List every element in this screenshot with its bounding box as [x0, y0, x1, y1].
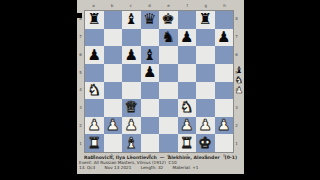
square-b6[interactable] — [104, 46, 123, 64]
white-pawn-piece: ♟ — [125, 118, 138, 133]
square-f2[interactable]: ♟ — [178, 117, 197, 135]
square-g1[interactable]: ♚ — [196, 134, 215, 152]
material-tray: ♝♞♟ — [234, 66, 244, 95]
white-king-piece: ♚ — [199, 135, 212, 150]
square-d2[interactable] — [141, 117, 160, 135]
file-label-a: a — [84, 3, 103, 9]
square-g3[interactable] — [196, 99, 215, 117]
square-d8[interactable]: ♛ — [141, 11, 160, 29]
rank-label-7: 7 — [234, 28, 239, 46]
black-bishop-piece: ♝ — [125, 12, 138, 27]
square-b8[interactable] — [104, 11, 123, 29]
white-pawn-piece: ♟ — [106, 118, 119, 133]
square-f3[interactable]: ♞ — [178, 99, 197, 117]
square-h2[interactable]: ♟ — [215, 117, 234, 135]
square-b4[interactable] — [104, 82, 123, 100]
white-knight-piece: ♞ — [180, 100, 193, 115]
square-c6[interactable]: ♟ — [122, 46, 141, 64]
square-d7[interactable] — [141, 29, 160, 47]
black-bishop-piece: ♝ — [143, 47, 156, 62]
square-b7[interactable] — [104, 29, 123, 47]
square-c7[interactable] — [122, 29, 141, 47]
game-caption: Rabinovich, Ilya Leontievich — Alekhine,… — [77, 156, 244, 170]
video-frame: abcdefgh abcdefgh 87654321 87654321 ♜♝♛♚… — [0, 0, 320, 180]
rank-label-7: 7 — [78, 28, 83, 46]
rank-label-8: 8 — [234, 10, 239, 28]
square-c1[interactable]: ♝ — [122, 134, 141, 152]
square-a3[interactable] — [85, 99, 104, 117]
square-c8[interactable]: ♝ — [122, 11, 141, 29]
square-a4[interactable]: ♞ — [85, 82, 104, 100]
square-d4[interactable] — [141, 82, 160, 100]
square-a8[interactable]: ♜ — [85, 11, 104, 29]
file-label-h: h — [215, 3, 234, 9]
square-h5[interactable] — [215, 64, 234, 82]
square-e8[interactable]: ♚ — [159, 11, 178, 29]
square-c2[interactable]: ♟ — [122, 117, 141, 135]
black-rook-piece: ♜ — [199, 12, 212, 27]
rank-label-3: 3 — [78, 99, 83, 117]
square-c4[interactable] — [122, 82, 141, 100]
black-pawn-piece: ♟ — [180, 29, 193, 44]
chess-board: ♜♝♛♚♜♞♟♟♟♟♝♟♞♛♞♟♟♟♟♟♟♜♝♜♚ — [84, 10, 234, 153]
square-a5[interactable] — [85, 64, 104, 82]
rank-label-6: 6 — [78, 46, 83, 64]
white-knight-captured-icon: ♞ — [235, 76, 243, 85]
square-g6[interactable] — [196, 46, 215, 64]
black-queen-piece: ♛ — [143, 12, 156, 27]
square-f6[interactable] — [178, 46, 197, 64]
white-queen-piece: ♛ — [125, 100, 138, 115]
file-label-e: e — [159, 3, 178, 9]
square-g4[interactable] — [196, 82, 215, 100]
square-c3[interactable]: ♛ — [122, 99, 141, 117]
square-a2[interactable]: ♟ — [85, 117, 104, 135]
game-details: 13. Qc3 Nov 13 2021 Length: 32 Material:… — [77, 166, 244, 171]
analysis-panel: abcdefgh abcdefgh 87654321 87654321 ♜♝♛♚… — [77, 0, 244, 174]
black-to-move-indicator — [77, 13, 82, 18]
rank-label-3: 3 — [234, 99, 239, 117]
square-g8[interactable]: ♜ — [196, 11, 215, 29]
square-e5[interactable] — [159, 64, 178, 82]
square-f4[interactable] — [178, 82, 197, 100]
file-label-g: g — [197, 3, 216, 9]
rank-label-1: 1 — [78, 135, 83, 153]
black-pawn-piece: ♟ — [217, 29, 230, 44]
file-label-b: b — [103, 3, 122, 9]
square-e4[interactable] — [159, 82, 178, 100]
square-f8[interactable] — [178, 11, 197, 29]
black-pawn-piece: ♟ — [125, 47, 138, 62]
square-b2[interactable]: ♟ — [104, 117, 123, 135]
square-g2[interactable]: ♟ — [196, 117, 215, 135]
square-e6[interactable] — [159, 46, 178, 64]
rank-labels-left: 87654321 — [78, 10, 83, 153]
square-h3[interactable] — [215, 99, 234, 117]
black-knight-piece: ♞ — [162, 29, 175, 44]
square-b5[interactable] — [104, 64, 123, 82]
file-label-c: c — [122, 3, 141, 9]
file-labels-top: abcdefgh — [84, 3, 234, 9]
square-b3[interactable] — [104, 99, 123, 117]
square-d3[interactable] — [141, 99, 160, 117]
square-e1[interactable] — [159, 134, 178, 152]
square-d6[interactable]: ♝ — [141, 46, 160, 64]
square-a1[interactable]: ♜ — [85, 134, 104, 152]
square-h7[interactable]: ♟ — [215, 29, 234, 47]
white-rook-piece: ♜ — [180, 135, 193, 150]
white-pawn-piece: ♟ — [217, 118, 230, 133]
black-pawn-piece: ♟ — [143, 65, 156, 80]
file-label-d: d — [140, 3, 159, 9]
square-e3[interactable] — [159, 99, 178, 117]
black-pawn-piece: ♟ — [88, 47, 101, 62]
white-rook-piece: ♜ — [88, 135, 101, 150]
square-b1[interactable] — [104, 134, 123, 152]
square-f5[interactable] — [178, 64, 197, 82]
white-pawn-captured-icon: ♟ — [235, 86, 243, 95]
white-pawn-piece: ♟ — [88, 118, 101, 133]
square-h6[interactable] — [215, 46, 234, 64]
square-h1[interactable] — [215, 134, 234, 152]
black-king-piece: ♚ — [162, 12, 175, 27]
square-c5[interactable] — [122, 64, 141, 82]
rank-label-2: 2 — [234, 117, 239, 135]
square-a7[interactable] — [85, 29, 104, 47]
square-a6[interactable]: ♟ — [85, 46, 104, 64]
square-g7[interactable] — [196, 29, 215, 47]
rank-label-4: 4 — [78, 82, 83, 100]
black-bishop-captured-icon: ♝ — [235, 66, 243, 75]
square-f1[interactable]: ♜ — [178, 134, 197, 152]
file-label-f: f — [178, 3, 197, 9]
rank-label-1: 1 — [234, 135, 239, 153]
white-pawn-piece: ♟ — [199, 118, 212, 133]
square-h4[interactable] — [215, 82, 234, 100]
square-h8[interactable] — [215, 11, 234, 29]
white-bishop-piece: ♝ — [125, 135, 138, 150]
square-e2[interactable] — [159, 117, 178, 135]
square-d5[interactable]: ♟ — [141, 64, 160, 82]
rank-label-2: 2 — [78, 117, 83, 135]
rank-label-6: 6 — [234, 46, 239, 64]
black-rook-piece: ♜ — [88, 12, 101, 27]
white-pawn-piece: ♟ — [180, 118, 193, 133]
square-e7[interactable]: ♞ — [159, 29, 178, 47]
square-f7[interactable]: ♟ — [178, 29, 197, 47]
white-knight-piece: ♞ — [88, 82, 101, 97]
rank-label-5: 5 — [78, 64, 83, 82]
square-g5[interactable] — [196, 64, 215, 82]
square-d1[interactable] — [141, 134, 160, 152]
